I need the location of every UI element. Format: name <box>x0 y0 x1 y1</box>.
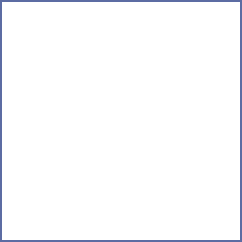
chess-board <box>2 2 240 240</box>
chess-board-frame <box>0 0 242 242</box>
